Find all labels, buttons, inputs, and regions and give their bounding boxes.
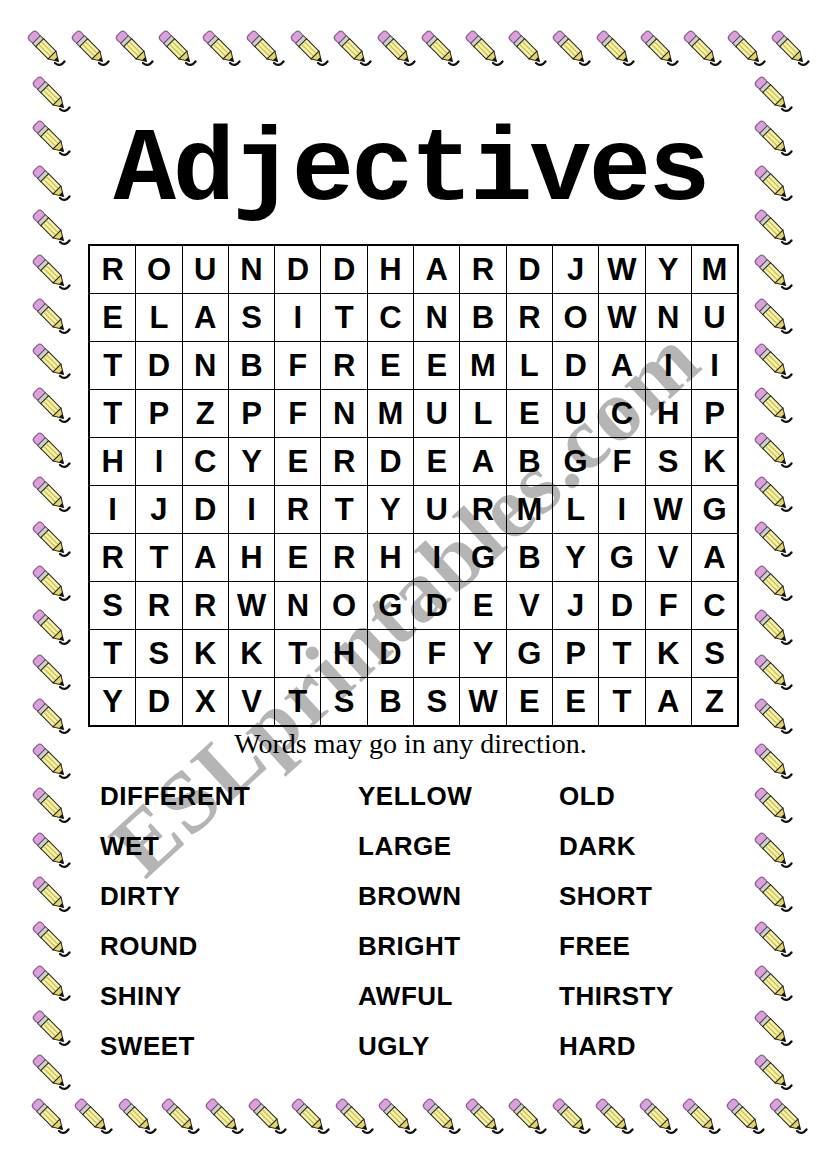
word-list-item: BROWN: [358, 871, 559, 921]
word-list-item: YELLOW: [358, 771, 559, 821]
pencil-icon: [592, 1095, 634, 1137]
pencil-icon: [68, 27, 110, 69]
pencil-icon: [768, 27, 810, 69]
pencil-border-top: [24, 27, 810, 69]
pencil-icon: [751, 384, 793, 426]
pencil-icon: [751, 518, 793, 560]
grid-cell-r6c3: D: [182, 485, 228, 533]
grid-cell-r9c10: G: [506, 629, 552, 677]
grid-cell-r9c4: K: [228, 629, 274, 677]
grid-cell-r5c10: B: [506, 437, 552, 485]
grid-cell-r5c7: D: [367, 437, 413, 485]
grid-cell-r7c11: Y: [552, 533, 598, 581]
grid-cell-r6c10: M: [506, 485, 552, 533]
pencil-icon: [751, 473, 793, 515]
grid-cell-r6c11: L: [552, 485, 598, 533]
grid-cell-r9c5: T: [274, 629, 320, 677]
grid-cell-r3c6: R: [320, 341, 366, 389]
grid-cell-r1c8: A: [413, 245, 459, 293]
grid-cell-r9c1: T: [89, 629, 135, 677]
pencil-icon: [71, 1095, 113, 1137]
grid-cell-r1c10: D: [506, 245, 552, 293]
grid-cell-r4c6: N: [320, 389, 366, 437]
grid-cell-r10c13: A: [645, 677, 691, 725]
grid-cell-r6c4: I: [228, 485, 274, 533]
grid-cell-r1c3: U: [182, 245, 228, 293]
grid-cell-r8c11: J: [552, 581, 598, 629]
word-list-item: DARK: [559, 821, 674, 871]
grid-cell-r9c11: P: [552, 629, 598, 677]
grid-cell-r2c14: U: [691, 293, 737, 341]
word-list-item: BRIGHT: [358, 921, 559, 971]
grid-cell-r5c8: E: [413, 437, 459, 485]
grid-cell-r7c2: T: [135, 533, 181, 581]
grid-cell-r5c4: Y: [228, 437, 274, 485]
grid-cell-r3c11: D: [552, 341, 598, 389]
grid-cell-r9c7: D: [367, 629, 413, 677]
word-list-item: OLD: [559, 771, 674, 821]
grid-cell-r7c3: A: [182, 533, 228, 581]
grid-cell-r6c6: T: [320, 485, 366, 533]
pencil-icon: [505, 1095, 547, 1137]
grid-cell-r2c10: R: [506, 293, 552, 341]
pencil-icon: [29, 784, 71, 826]
grid-cell-r3c8: E: [413, 341, 459, 389]
word-list-item: SHINY: [100, 971, 358, 1021]
pencil-icon: [115, 1095, 157, 1137]
pencil-icon: [505, 27, 547, 69]
grid-cell-r7c4: H: [228, 533, 274, 581]
grid-cell-r7c8: I: [413, 533, 459, 581]
grid-cell-r4c7: M: [367, 389, 413, 437]
grid-cell-r10c12: T: [598, 677, 644, 725]
pencil-icon: [243, 27, 285, 69]
grid-cell-r10c14: Z: [691, 677, 737, 725]
grid-cell-r5c5: E: [274, 437, 320, 485]
grid-cell-r9c13: K: [645, 629, 691, 677]
pencil-icon: [29, 429, 71, 471]
grid-cell-r1c9: R: [459, 245, 505, 293]
grid-cell-r3c2: D: [135, 341, 181, 389]
grid-cell-r2c5: I: [274, 293, 320, 341]
word-list-item: SHORT: [559, 871, 674, 921]
pencil-icon: [24, 27, 66, 69]
word-list-item: UGLY: [358, 1021, 559, 1071]
pencil-icon: [418, 27, 460, 69]
pencil-icon: [751, 1007, 793, 1049]
grid-cell-r10c7: B: [367, 677, 413, 725]
word-search-grid: ROUNDDHARDJWYMELASITCNBROWNUTDNBFREEMLDA…: [89, 245, 738, 726]
word-list: DIFFERENTWETDIRTYROUNDSHINYSWEETYELLOWLA…: [100, 771, 674, 1071]
grid-cell-r5c6: R: [320, 437, 366, 485]
grid-cell-r4c5: F: [274, 389, 320, 437]
pencil-icon: [158, 1095, 200, 1137]
pencil-border-bottom: [28, 1095, 808, 1137]
pencil-icon: [751, 829, 793, 871]
pencil-icon: [751, 962, 793, 1004]
instruction-text: Words may go in any direction.: [0, 728, 821, 760]
pencil-icon: [751, 340, 793, 382]
grid-cell-r8c14: C: [691, 581, 737, 629]
pencil-icon: [751, 651, 793, 693]
grid-cell-r3c4: B: [228, 341, 274, 389]
grid-cell-r6c9: R: [459, 485, 505, 533]
grid-cell-r9c14: S: [691, 629, 737, 677]
grid-cell-r3c1: T: [89, 341, 135, 389]
pencil-icon: [29, 962, 71, 1004]
grid-cell-r3c5: F: [274, 341, 320, 389]
pencil-icon: [202, 1095, 244, 1137]
grid-cell-r4c9: L: [459, 389, 505, 437]
grid-cell-r10c3: X: [182, 677, 228, 725]
grid-cell-r5c9: A: [459, 437, 505, 485]
grid-cell-r6c8: U: [413, 485, 459, 533]
word-list-item: LARGE: [358, 821, 559, 871]
grid-cell-r7c10: B: [506, 533, 552, 581]
grid-cell-r6c1: I: [89, 485, 135, 533]
pencil-icon: [462, 27, 504, 69]
grid-cell-r5c2: I: [135, 437, 181, 485]
pencil-icon: [419, 1095, 461, 1137]
word-list-column: OLDDARKSHORTFREETHIRSTYHARD: [559, 771, 674, 1071]
pencil-icon: [29, 73, 71, 115]
grid-cell-r1c13: Y: [645, 245, 691, 293]
grid-cell-r8c8: D: [413, 581, 459, 629]
grid-cell-r10c4: V: [228, 677, 274, 725]
grid-cell-r10c6: S: [320, 677, 366, 725]
grid-cell-r3c7: E: [367, 341, 413, 389]
grid-cell-r2c1: E: [89, 293, 135, 341]
pencil-icon: [29, 1007, 71, 1049]
pencil-icon: [375, 1095, 417, 1137]
grid-cell-r10c5: T: [274, 677, 320, 725]
grid-cell-r9c8: F: [413, 629, 459, 677]
grid-cell-r3c9: M: [459, 341, 505, 389]
grid-cell-r1c6: D: [320, 245, 366, 293]
pencil-icon: [288, 1095, 330, 1137]
pencil-icon: [374, 27, 416, 69]
pencil-icon: [751, 251, 793, 293]
word-list-item: DIRTY: [100, 871, 358, 921]
pencil-icon: [29, 340, 71, 382]
grid-cell-r7c5: E: [274, 533, 320, 581]
word-list-item: THIRSTY: [559, 971, 674, 1021]
pencil-icon: [29, 651, 71, 693]
grid-cell-r4c8: U: [413, 389, 459, 437]
grid-cell-r2c12: W: [598, 293, 644, 341]
grid-cell-r9c6: H: [320, 629, 366, 677]
pencil-icon: [637, 27, 679, 69]
grid-cell-r1c12: W: [598, 245, 644, 293]
grid-cell-r10c1: Y: [89, 677, 135, 725]
word-list-item: WET: [100, 821, 358, 871]
word-list-column: DIFFERENTWETDIRTYROUNDSHINYSWEET: [100, 771, 358, 1071]
grid-cell-r8c10: V: [506, 581, 552, 629]
pencil-icon: [245, 1095, 287, 1137]
page-title: Adjectives: [0, 119, 821, 223]
grid-cell-r8c5: N: [274, 581, 320, 629]
pencil-icon: [287, 27, 329, 69]
pencil-icon: [332, 1095, 374, 1137]
grid-cell-r7c12: G: [598, 533, 644, 581]
grid-cell-r2c3: A: [182, 293, 228, 341]
grid-cell-r5c1: H: [89, 437, 135, 485]
pencil-icon: [155, 27, 197, 69]
grid-cell-r6c14: G: [691, 485, 737, 533]
grid-cell-r7c7: H: [367, 533, 413, 581]
grid-cell-r2c13: N: [645, 293, 691, 341]
grid-cell-r3c12: A: [598, 341, 644, 389]
grid-cell-r4c10: E: [506, 389, 552, 437]
word-list-item: ROUND: [100, 921, 358, 971]
grid-cell-r4c3: Z: [182, 389, 228, 437]
grid-cell-r2c9: B: [459, 293, 505, 341]
grid-cell-r1c14: M: [691, 245, 737, 293]
grid-cell-r5c14: K: [691, 437, 737, 485]
grid-cell-r8c1: S: [89, 581, 135, 629]
pencil-icon: [751, 918, 793, 960]
grid-cell-r10c2: D: [135, 677, 181, 725]
grid-cell-r10c9: W: [459, 677, 505, 725]
pencil-icon: [723, 1095, 765, 1137]
pencil-icon: [199, 27, 241, 69]
grid-cell-r3c14: I: [691, 341, 737, 389]
pencil-icon: [330, 27, 372, 69]
pencil-icon: [29, 251, 71, 293]
pencil-icon: [751, 295, 793, 337]
grid-cell-r2c11: O: [552, 293, 598, 341]
grid-cell-r7c13: V: [645, 533, 691, 581]
pencil-icon: [766, 1095, 808, 1137]
grid-cell-r5c3: C: [182, 437, 228, 485]
pencil-icon: [724, 27, 766, 69]
grid-cell-r1c2: O: [135, 245, 181, 293]
pencil-icon: [29, 606, 71, 648]
pencil-icon: [29, 1051, 71, 1093]
grid-cell-r9c2: S: [135, 629, 181, 677]
grid-cell-r6c7: Y: [367, 485, 413, 533]
grid-cell-r8c2: R: [135, 581, 181, 629]
grid-cell-r7c6: R: [320, 533, 366, 581]
grid-cell-r1c5: D: [274, 245, 320, 293]
pencil-icon: [29, 384, 71, 426]
grid-cell-r10c11: E: [552, 677, 598, 725]
grid-cell-r2c7: C: [367, 293, 413, 341]
grid-cell-r1c4: N: [228, 245, 274, 293]
grid-cell-r2c6: T: [320, 293, 366, 341]
grid-cell-r4c1: T: [89, 389, 135, 437]
grid-cell-r4c13: H: [645, 389, 691, 437]
pencil-icon: [751, 873, 793, 915]
pencil-border-right: [751, 73, 793, 1093]
pencil-icon: [462, 1095, 504, 1137]
grid-cell-r8c6: O: [320, 581, 366, 629]
pencil-icon: [680, 27, 722, 69]
grid-cell-r7c9: G: [459, 533, 505, 581]
pencil-icon: [29, 918, 71, 960]
grid-cell-r7c14: A: [691, 533, 737, 581]
pencil-icon: [29, 295, 71, 337]
grid-cell-r6c12: I: [598, 485, 644, 533]
grid-cell-r2c2: L: [135, 293, 181, 341]
pencil-icon: [751, 784, 793, 826]
grid-cell-r7c1: R: [89, 533, 135, 581]
grid-cell-r1c7: H: [367, 245, 413, 293]
grid-cell-r3c3: N: [182, 341, 228, 389]
grid-cell-r9c12: T: [598, 629, 644, 677]
word-list-column: YELLOWLARGEBROWNBRIGHTAWFULUGLY: [358, 771, 559, 1071]
word-list-item: FREE: [559, 921, 674, 971]
pencil-icon: [636, 1095, 678, 1137]
pencil-icon: [28, 1095, 70, 1137]
grid-cell-r8c7: G: [367, 581, 413, 629]
pencil-icon: [751, 73, 793, 115]
grid-cell-r9c9: Y: [459, 629, 505, 677]
grid-cell-r8c3: R: [182, 581, 228, 629]
pencil-icon: [29, 473, 71, 515]
pencil-icon: [29, 873, 71, 915]
grid-cell-r8c9: E: [459, 581, 505, 629]
grid-cell-r5c13: S: [645, 437, 691, 485]
pencil-icon: [29, 562, 71, 604]
word-list-item: DIFFERENT: [100, 771, 358, 821]
pencil-icon: [751, 1051, 793, 1093]
grid-cell-r10c10: E: [506, 677, 552, 725]
word-list-item: HARD: [559, 1021, 674, 1071]
grid-cell-r5c12: F: [598, 437, 644, 485]
pencil-icon: [29, 829, 71, 871]
grid-cell-r6c2: J: [135, 485, 181, 533]
grid-cell-r4c4: P: [228, 389, 274, 437]
grid-cell-r6c13: W: [645, 485, 691, 533]
worksheet-page: ESLprintables.com Adjectives ROUNDDHARDJ…: [0, 0, 821, 1169]
grid-cell-r9c3: K: [182, 629, 228, 677]
pencil-icon: [751, 606, 793, 648]
grid-cell-r4c2: P: [135, 389, 181, 437]
grid-cell-r4c14: P: [691, 389, 737, 437]
grid-cell-r4c11: U: [552, 389, 598, 437]
word-list-item: SWEET: [100, 1021, 358, 1071]
grid-cell-r10c8: S: [413, 677, 459, 725]
grid-cell-r3c13: I: [645, 341, 691, 389]
grid-cell-r1c11: J: [552, 245, 598, 293]
grid-cell-r8c4: W: [228, 581, 274, 629]
grid-cell-r5c11: G: [552, 437, 598, 485]
pencil-icon: [679, 1095, 721, 1137]
pencil-icon: [751, 562, 793, 604]
grid-cell-r8c12: D: [598, 581, 644, 629]
pencil-border-left: [29, 73, 71, 1093]
pencil-icon: [751, 429, 793, 471]
grid-cell-r1c1: R: [89, 245, 135, 293]
word-list-item: AWFUL: [358, 971, 559, 1021]
grid-cell-r4c12: C: [598, 389, 644, 437]
grid-cell-r3c10: L: [506, 341, 552, 389]
grid-cell-r8c13: F: [645, 581, 691, 629]
grid-cell-r2c4: S: [228, 293, 274, 341]
pencil-icon: [29, 518, 71, 560]
grid-cell-r2c8: N: [413, 293, 459, 341]
pencil-icon: [549, 27, 591, 69]
pencil-icon: [593, 27, 635, 69]
pencil-icon: [112, 27, 154, 69]
pencil-icon: [549, 1095, 591, 1137]
grid-cell-r6c5: R: [274, 485, 320, 533]
